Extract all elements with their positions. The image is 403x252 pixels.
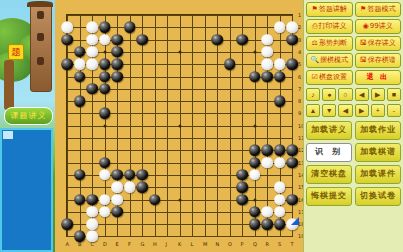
coord-label-col: A [66, 242, 69, 247]
coord-label-col: F [128, 242, 131, 247]
black-stone-D7[interactable] [99, 83, 111, 95]
white-stone-R4[interactable] [261, 46, 273, 58]
black-stone-T13[interactable] [286, 157, 298, 169]
grid-line [67, 187, 292, 188]
black-stone-H16[interactable] [149, 194, 161, 206]
coord-label-col: G [141, 242, 145, 247]
coord-label-col: Q [253, 242, 257, 247]
grid-line [217, 15, 218, 236]
black-stone-F2[interactable] [124, 21, 136, 33]
white-stone-C18[interactable] [86, 218, 98, 230]
coord-label-row: 3 [298, 38, 301, 43]
coord-label-col: M [203, 242, 207, 247]
control-panel: ⚑答题讲解 ⚑答题模式 ⎙打印讲义 ◉99讲义 ⚖形势判断 🖫保存讲义 🔍摆棋模… [303, 0, 403, 252]
star-point [253, 198, 256, 201]
black-stone-C16[interactable] [86, 194, 98, 206]
black-stone-S18[interactable] [274, 218, 286, 230]
disk-icon: 🖫 [360, 37, 367, 50]
go-board[interactable]: ABCDEFGHJKLMNOPQRST123456789101112131415… [55, 0, 303, 252]
black-stone-D5[interactable] [99, 58, 111, 70]
white-stone-C5[interactable] [86, 58, 98, 70]
load-courseware-button[interactable]: 加载课件 [355, 165, 401, 184]
tower-roof [27, 1, 53, 7]
save-game-button[interactable]: 🖫保存棋谱 [355, 53, 402, 68]
black-stone-D9[interactable] [99, 108, 111, 120]
flag-icon: ⚑ [312, 3, 318, 16]
black-stone-G15[interactable] [136, 181, 148, 193]
white-stone-C17[interactable] [86, 206, 98, 218]
black-stone-D6[interactable] [99, 71, 111, 83]
white-stone-F15[interactable] [124, 181, 136, 193]
coord-label-col: R [266, 242, 269, 247]
white-stone-R3[interactable] [261, 34, 273, 46]
stop-icon[interactable]: ■ [387, 88, 401, 101]
sign-tag: 题 [8, 44, 24, 60]
coord-label-col: S [278, 242, 281, 247]
badge-99-icon: ◉ [363, 20, 369, 33]
black-stone-A18[interactable] [61, 218, 73, 230]
zoom-in-icon[interactable]: + [371, 104, 385, 117]
black-stone-D2[interactable] [99, 21, 111, 33]
white-stone-R17[interactable] [261, 206, 273, 218]
media-toolbar: ♪ ● ○ ◀ ▶ ■ [306, 88, 401, 101]
black-stone-Q12[interactable] [249, 144, 261, 156]
pagoda-tower [30, 2, 52, 92]
switch-paper-button[interactable]: 切换试卷 [355, 187, 401, 206]
coord-label-row: 7 [298, 87, 301, 92]
star-point [103, 50, 106, 53]
tower-window [37, 33, 44, 41]
white-stone-S16[interactable] [274, 194, 286, 206]
coord-label-row: 4 [298, 50, 301, 55]
coord-label-col: T [291, 242, 294, 247]
coord-label-col: L [191, 242, 194, 247]
black-stone-R6[interactable] [261, 71, 273, 83]
right-arrow-icon[interactable]: ▶ [355, 104, 369, 117]
answer-explain-button[interactable]: ⚑答题讲解 [306, 2, 353, 17]
white-stone-E15[interactable] [111, 181, 123, 193]
coord-label-col: N [216, 242, 220, 247]
down-arrow-icon[interactable]: ▼ [322, 104, 336, 117]
black-stone-Q6[interactable] [249, 71, 261, 83]
grid-line [205, 15, 206, 236]
black-stone-B14[interactable] [74, 169, 86, 181]
coord-label-row: 8 [298, 99, 301, 104]
white-stone-R13[interactable] [261, 157, 273, 169]
setup-mode-button[interactable]: 🔍摆棋模式 [306, 53, 353, 68]
tower-window [37, 11, 44, 19]
black-stone-B8[interactable] [74, 95, 86, 107]
black-stone-icon[interactable]: ● [322, 88, 336, 101]
white-stone-C2[interactable] [86, 21, 98, 33]
black-stone-E6[interactable] [111, 71, 123, 83]
black-stone-F14[interactable] [124, 169, 136, 181]
coord-label-col: J [166, 242, 167, 247]
scale-icon: ⚖ [312, 37, 318, 50]
answer-area-panel[interactable] [0, 128, 53, 252]
board-settings-button[interactable]: ☑棋盘设置 [306, 70, 353, 85]
black-stone-E17[interactable] [111, 206, 123, 218]
checkbox-icon: ☑ [312, 71, 318, 84]
black-stone-T16[interactable] [286, 194, 298, 206]
coord-label-row: 6 [298, 75, 301, 80]
white-stone-C4[interactable] [86, 46, 98, 58]
coord-label-col: O [228, 242, 232, 247]
load-game-button[interactable]: 加载棋谱 [355, 143, 401, 162]
zoom-out-icon[interactable]: - [387, 104, 401, 117]
coord-label-col: H [153, 242, 157, 247]
black-stone-P16[interactable] [236, 194, 248, 206]
undo-submit-button[interactable]: 悔棋提交 [306, 187, 352, 206]
clear-board-button[interactable]: 清空棋盘 [306, 165, 352, 184]
white-stone-S2[interactable] [274, 21, 286, 33]
white-stone-A2[interactable] [61, 21, 73, 33]
printer-icon: ⎙ [312, 20, 318, 33]
black-stone-P3[interactable] [236, 34, 248, 46]
black-stone-G14[interactable] [136, 169, 148, 181]
white-stone-D14[interactable] [99, 169, 111, 181]
black-stone-N3[interactable] [211, 34, 223, 46]
print-handout-button[interactable]: ⎙打印讲义 [306, 19, 353, 34]
black-stone-B6[interactable] [74, 71, 86, 83]
load-handout-button[interactable]: 加载讲义 [306, 121, 352, 140]
coord-label-col: P [241, 242, 244, 247]
grid-line [192, 15, 193, 236]
coord-label-row: 2 [298, 25, 301, 30]
black-stone-C7[interactable] [86, 83, 98, 95]
white-stone-C3[interactable] [86, 34, 98, 46]
white-stone-R5[interactable] [261, 58, 273, 70]
white-stone-D16[interactable] [99, 194, 111, 206]
action-buttons: 加载讲义 加载作业 识 别 加载棋谱 清空棋盘 加载课件 悔棋提交 切换试卷 [306, 121, 401, 206]
black-stone-Q17[interactable] [249, 206, 261, 218]
next-move-icon[interactable]: ▶ [371, 88, 385, 101]
save-handout-button[interactable]: 🖫保存讲义 [355, 36, 402, 51]
tree-trunk [4, 60, 14, 110]
magnifier-icon: 🔍 [310, 54, 319, 67]
white-stone-T2[interactable] [286, 21, 298, 33]
ninetynine-handout-button[interactable]: ◉99讲义 [355, 19, 402, 34]
white-stone-S15[interactable] [274, 181, 286, 193]
black-stone-E14[interactable] [111, 169, 123, 181]
black-stone-T12[interactable] [286, 144, 298, 156]
star-point [253, 124, 256, 127]
coord-label-col: K [178, 242, 181, 247]
tower-window [37, 57, 44, 65]
black-stone-T3[interactable] [286, 34, 298, 46]
star-point [178, 124, 181, 127]
white-stone-S5[interactable] [274, 58, 286, 70]
white-stone-Q14[interactable] [249, 169, 261, 181]
white-stone-D17[interactable] [99, 206, 111, 218]
black-stone-G3[interactable] [136, 34, 148, 46]
black-stone-A3[interactable] [61, 34, 73, 46]
star-point [178, 50, 181, 53]
coord-label-row: 1 [298, 13, 301, 18]
coord-label-col: C [91, 242, 95, 247]
sidebar-scene: 题 课题讲义 [0, 0, 55, 252]
coord-label-col: D [103, 242, 107, 247]
white-stone-E16[interactable] [111, 194, 123, 206]
recognize-button[interactable]: 识 别 [306, 143, 352, 162]
exit-button[interactable]: 退 出 [355, 70, 402, 85]
grid-line [67, 236, 292, 237]
board-grid[interactable]: ABCDEFGHJKLMNOPQRST123456789101112131415… [67, 15, 292, 236]
black-stone-B4[interactable] [74, 46, 86, 58]
grid-line [67, 138, 292, 139]
black-stone-E4[interactable] [111, 46, 123, 58]
black-stone-P14[interactable] [236, 169, 248, 181]
black-stone-P15[interactable] [236, 181, 248, 193]
coord-label-row: 5 [298, 62, 301, 67]
coord-label-col: E [116, 242, 119, 247]
white-stone-D3[interactable] [99, 34, 111, 46]
star-point [178, 198, 181, 201]
star-point [253, 50, 256, 53]
black-stone-E5[interactable] [111, 58, 123, 70]
lesson-handout-button[interactable]: 课题讲义 [4, 107, 53, 125]
black-stone-S8[interactable] [274, 95, 286, 107]
coord-label-row: 9 [298, 111, 301, 116]
black-stone-B16[interactable] [74, 194, 86, 206]
sound-icon[interactable]: ♪ [306, 88, 320, 101]
answer-mode-button[interactable]: ⚑答题模式 [355, 2, 402, 17]
load-homework-button[interactable]: 加载作业 [355, 121, 401, 140]
white-stone-B5[interactable] [74, 58, 86, 70]
prev-move-icon[interactable]: ◀ [355, 88, 369, 101]
star-point [103, 124, 106, 127]
grid-line [230, 15, 231, 236]
flag-icon: ⚑ [360, 3, 366, 16]
black-stone-A5[interactable] [61, 58, 73, 70]
black-stone-O5[interactable] [224, 58, 236, 70]
black-stone-E3[interactable] [111, 34, 123, 46]
black-stone-R12[interactable] [261, 144, 273, 156]
black-stone-S6[interactable] [274, 71, 286, 83]
white-stone-S17[interactable] [274, 206, 286, 218]
nav-toolbar: ▲ ▼ ◀ ▶ + - [306, 104, 401, 117]
disk-icon: 🖫 [360, 54, 367, 67]
black-stone-Q18[interactable] [249, 218, 261, 230]
white-stone-S13[interactable] [274, 157, 286, 169]
black-stone-T5[interactable] [286, 58, 298, 70]
black-stone-R18[interactable] [261, 218, 273, 230]
black-stone-D13[interactable] [99, 157, 111, 169]
position-judge-button[interactable]: ⚖形势判断 [306, 36, 353, 51]
left-arrow-icon[interactable]: ◀ [338, 104, 352, 117]
black-stone-S12[interactable] [274, 144, 286, 156]
black-stone-Q13[interactable] [249, 157, 261, 169]
white-stone-icon[interactable]: ○ [338, 88, 352, 101]
panel-corner-chip [3, 131, 13, 139]
up-arrow-icon[interactable]: ▲ [306, 104, 320, 117]
coord-label-col: B [78, 242, 81, 247]
